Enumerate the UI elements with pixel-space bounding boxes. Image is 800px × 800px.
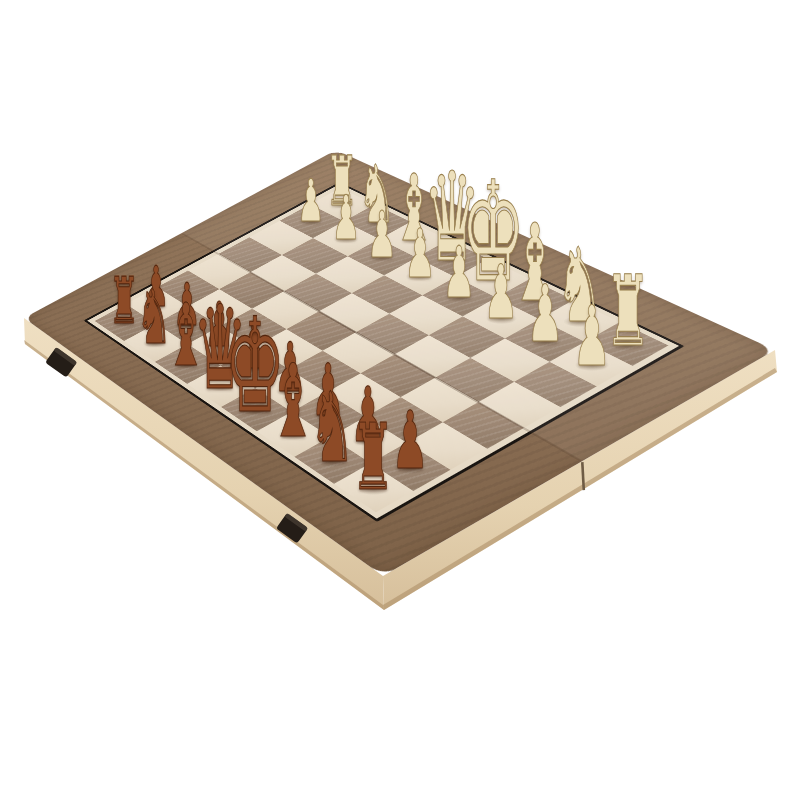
- chess-set-photo: ♜♞♝♛♚♝♞♜♟♟♟♟♟♟♟♟♟♟♟♟♟♟♟♟♜♞♝♛♚♝♞♜: [0, 0, 800, 800]
- fold-seam-notch: [582, 462, 584, 490]
